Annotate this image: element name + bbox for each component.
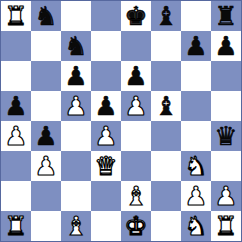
- piece-black-pawn[interactable]: ♟: [4, 91, 27, 121]
- piece-white-rook[interactable]: ♜: [4, 211, 27, 241]
- square-g6[interactable]: [181, 61, 211, 91]
- square-e5[interactable]: ♟: [121, 91, 151, 121]
- square-c5[interactable]: ♟: [61, 91, 91, 121]
- square-b1[interactable]: [31, 211, 61, 241]
- square-g4[interactable]: [181, 121, 211, 151]
- square-d1[interactable]: [91, 211, 121, 241]
- square-b2[interactable]: [31, 181, 61, 211]
- piece-black-pawn[interactable]: ♟: [64, 61, 87, 91]
- square-c1[interactable]: ♝: [61, 211, 91, 241]
- piece-black-queen[interactable]: ♛: [214, 121, 237, 151]
- square-c6[interactable]: ♟: [61, 61, 91, 91]
- square-d6[interactable]: [91, 61, 121, 91]
- square-e6[interactable]: ♟: [121, 61, 151, 91]
- piece-black-knight[interactable]: ♞: [64, 31, 87, 61]
- piece-white-bishop[interactable]: ♝: [64, 211, 87, 241]
- piece-white-pawn[interactable]: ♟: [124, 91, 147, 121]
- piece-white-pawn[interactable]: ♟: [64, 91, 87, 121]
- square-g5[interactable]: [181, 91, 211, 121]
- piece-white-pawn[interactable]: ♟: [34, 151, 57, 181]
- square-g2[interactable]: ♟: [181, 181, 211, 211]
- piece-white-rook[interactable]: ♜: [214, 211, 237, 241]
- square-f2[interactable]: [151, 181, 181, 211]
- piece-white-pawn[interactable]: ♟: [4, 121, 27, 151]
- square-e2[interactable]: ♝: [121, 181, 151, 211]
- square-a4[interactable]: ♟: [1, 121, 31, 151]
- square-a5[interactable]: ♟: [1, 91, 31, 121]
- square-h7[interactable]: ♟: [211, 31, 241, 61]
- square-e3[interactable]: [121, 151, 151, 181]
- square-g7[interactable]: ♟: [181, 31, 211, 61]
- square-h5[interactable]: [211, 91, 241, 121]
- piece-white-queen[interactable]: ♛: [94, 151, 117, 181]
- square-f6[interactable]: [151, 61, 181, 91]
- piece-black-rook[interactable]: ♜: [214, 1, 237, 31]
- square-h2[interactable]: ♟: [211, 181, 241, 211]
- square-f8[interactable]: ♝: [151, 1, 181, 31]
- square-f4[interactable]: [151, 121, 181, 151]
- square-a2[interactable]: [1, 181, 31, 211]
- square-d5[interactable]: ♟: [91, 91, 121, 121]
- piece-white-bishop[interactable]: ♝: [124, 181, 147, 211]
- square-e8[interactable]: ♚: [121, 1, 151, 31]
- square-b6[interactable]: [31, 61, 61, 91]
- square-f3[interactable]: [151, 151, 181, 181]
- piece-black-king[interactable]: ♚: [124, 1, 147, 31]
- piece-black-bishop[interactable]: ♝: [154, 91, 177, 121]
- square-c8[interactable]: [61, 1, 91, 31]
- square-d2[interactable]: [91, 181, 121, 211]
- piece-black-knight[interactable]: ♞: [34, 1, 57, 31]
- square-h6[interactable]: [211, 61, 241, 91]
- square-d4[interactable]: ♟: [91, 121, 121, 151]
- square-g3[interactable]: ♞: [181, 151, 211, 181]
- square-c3[interactable]: [61, 151, 91, 181]
- piece-black-pawn[interactable]: ♟: [184, 31, 207, 61]
- piece-white-rook[interactable]: ♜: [4, 1, 27, 31]
- square-c7[interactable]: ♞: [61, 31, 91, 61]
- square-d3[interactable]: ♛: [91, 151, 121, 181]
- square-g1[interactable]: ♞: [181, 211, 211, 241]
- piece-white-pawn[interactable]: ♟: [94, 121, 117, 151]
- square-c4[interactable]: [61, 121, 91, 151]
- square-e1[interactable]: ♚: [121, 211, 151, 241]
- chess-app: ♜♞♚♝♜♞♟♟♟♟♟♟♟♟♝♟♟♟♛♟♛♞♝♟♟♜♝♚♞♜: [0, 0, 242, 242]
- square-b5[interactable]: [31, 91, 61, 121]
- square-h1[interactable]: ♜: [211, 211, 241, 241]
- piece-black-bishop[interactable]: ♝: [154, 1, 177, 31]
- square-b3[interactable]: ♟: [31, 151, 61, 181]
- piece-black-pawn[interactable]: ♟: [214, 31, 237, 61]
- square-g8[interactable]: [181, 1, 211, 31]
- square-d8[interactable]: [91, 1, 121, 31]
- square-b8[interactable]: ♞: [31, 1, 61, 31]
- square-a3[interactable]: [1, 151, 31, 181]
- chess-board: ♜♞♚♝♜♞♟♟♟♟♟♟♟♟♝♟♟♟♛♟♛♞♝♟♟♜♝♚♞♜: [0, 0, 242, 242]
- square-a8[interactable]: ♜: [1, 1, 31, 31]
- square-f1[interactable]: [151, 211, 181, 241]
- square-f7[interactable]: [151, 31, 181, 61]
- square-c2[interactable]: [61, 181, 91, 211]
- square-d7[interactable]: [91, 31, 121, 61]
- piece-white-king[interactable]: ♚: [124, 211, 147, 241]
- piece-black-pawn[interactable]: ♟: [124, 61, 147, 91]
- square-h3[interactable]: [211, 151, 241, 181]
- piece-black-pawn[interactable]: ♟: [34, 121, 57, 151]
- piece-white-knight[interactable]: ♞: [184, 151, 207, 181]
- square-b4[interactable]: ♟: [31, 121, 61, 151]
- square-a6[interactable]: [1, 61, 31, 91]
- piece-black-pawn[interactable]: ♟: [94, 91, 117, 121]
- square-b7[interactable]: [31, 31, 61, 61]
- square-h8[interactable]: ♜: [211, 1, 241, 31]
- square-h4[interactable]: ♛: [211, 121, 241, 151]
- square-f5[interactable]: ♝: [151, 91, 181, 121]
- piece-white-knight[interactable]: ♞: [184, 211, 207, 241]
- square-a7[interactable]: [1, 31, 31, 61]
- square-e4[interactable]: [121, 121, 151, 151]
- piece-white-pawn[interactable]: ♟: [214, 181, 237, 211]
- piece-white-pawn[interactable]: ♟: [184, 181, 207, 211]
- square-e7[interactable]: [121, 31, 151, 61]
- square-a1[interactable]: ♜: [1, 211, 31, 241]
